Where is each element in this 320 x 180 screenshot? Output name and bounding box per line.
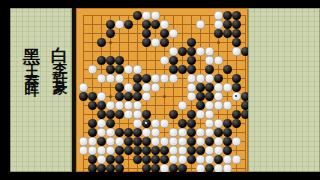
black-stone [151,155,160,164]
white-stone [223,101,232,110]
white-stone [124,65,133,74]
black-stone [232,74,241,83]
white-stone [196,155,205,164]
black-stone [97,137,106,146]
white-player-name: 李轩豪 [52,50,67,77]
black-stone [151,164,160,173]
black-stone [106,29,115,38]
black-stone [133,92,142,101]
black-stone [115,146,124,155]
black-stone [97,110,106,119]
star-point [163,95,166,98]
black-stone [187,110,196,119]
white-stone [142,128,151,137]
black-stone [223,137,232,146]
white-stone [232,47,241,56]
black-stone [124,128,133,137]
white-stone [196,164,205,173]
black-stone [106,155,115,164]
black-stone [115,65,124,74]
white-stone [142,83,151,92]
white-stone [151,74,160,83]
white-stone [205,47,214,56]
black-stone [160,29,169,38]
black-stone [142,20,151,29]
white-stone [160,74,169,83]
black-stone [97,164,106,173]
white-stone [214,83,223,92]
white-stone [133,65,142,74]
white-stone [169,74,178,83]
black-stone [106,65,115,74]
white-stone [79,137,88,146]
white-stone [151,38,160,47]
black-stone [232,83,241,92]
white-stone [160,119,169,128]
white-stone [169,29,178,38]
black-stone [196,101,205,110]
white-stone [115,137,124,146]
black-stone [133,137,142,146]
black-stone [187,128,196,137]
black-stone [133,155,142,164]
black-stone [97,56,106,65]
white-stone [223,83,232,92]
black-stone [97,101,106,110]
white-stone [196,47,205,56]
black-stone [205,164,214,173]
star-point [217,41,220,44]
black-stone [142,164,151,173]
black-stone [88,164,97,173]
white-stone [88,65,97,74]
white-stone [205,146,214,155]
white-stone [97,128,106,137]
white-stone [97,119,106,128]
white-stone [232,137,241,146]
white-stone [160,20,169,29]
black-stone [187,56,196,65]
black-stone [196,92,205,101]
black-stone [115,164,124,173]
black-stone [160,155,169,164]
black-stone [133,74,142,83]
black-stone [187,65,196,74]
white-stone [196,74,205,83]
black-stone [142,137,151,146]
white-stone [205,155,214,164]
black-stone [115,83,124,92]
white-stone [196,137,205,146]
white-stone [151,83,160,92]
black-stone [187,38,196,47]
last-move-marker [145,122,147,124]
white-stone [196,128,205,137]
black-stone [142,119,151,128]
black-stone [196,146,205,155]
white-stone [88,137,97,146]
white-stone [160,56,169,65]
black-stone [205,83,214,92]
black-stone [106,20,115,29]
white-stone [205,101,214,110]
white-stone [88,146,97,155]
black-stone [169,164,178,173]
black-stone [187,146,196,155]
black-stone [88,92,97,101]
black-stone [187,119,196,128]
black-stone [142,38,151,47]
black-stone [151,146,160,155]
black-stone [133,146,142,155]
last-move-marker [235,95,237,97]
black-stone [88,101,97,110]
black-stone [124,20,133,29]
black-stone [151,20,160,29]
black-stone [214,155,223,164]
white-player-column: 白 李轩豪 [50,33,69,77]
white-stone [178,101,187,110]
white-stone [124,83,133,92]
black-stone [196,83,205,92]
white-stone [205,128,214,137]
white-stone [214,137,223,146]
black-stone [232,110,241,119]
white-stone [133,119,142,128]
black-stone [106,110,115,119]
white-stone [79,83,88,92]
white-stone [151,137,160,146]
black-stone [142,110,151,119]
white-stone [106,101,115,110]
black-stone [142,74,151,83]
black-stone [115,92,124,101]
star-point [109,95,112,98]
black-stone [160,38,169,47]
letterbox-bar-top [0,0,320,8]
black-stone [169,65,178,74]
white-stone [205,74,214,83]
black-stone [97,38,106,47]
white-stone [151,11,160,20]
black-stone [178,47,187,56]
white-stone [205,110,214,119]
white-stone [232,155,241,164]
letterbox-bar-bottom [0,172,320,180]
black-stone [106,119,115,128]
black-stone [106,164,115,173]
white-stone [214,92,223,101]
white-stone [178,155,187,164]
black-stone [142,155,151,164]
white-stone [115,20,124,29]
black-stone [79,92,88,101]
black-stone [223,20,232,29]
white-stone [106,146,115,155]
black-stone [232,38,241,47]
black-stone [232,11,241,20]
black-stone [214,29,223,38]
white-stone [169,47,178,56]
white-stone [160,164,169,173]
black-stone [169,56,178,65]
white-stone [214,119,223,128]
white-stone [97,155,106,164]
black-stone [133,83,142,92]
white-stone [214,101,223,110]
white-stone [169,146,178,155]
black-stone [241,101,249,110]
black-stone [214,128,223,137]
black-player-name: 王春晖 [24,52,39,79]
white-stone [187,74,196,83]
right-panel: 徐老师围棋教室 [248,8,320,172]
white-stone [97,74,106,83]
white-stone [169,155,178,164]
black-stone [142,29,151,38]
black-stone [232,119,241,128]
white-stone [106,74,115,83]
white-stone [169,137,178,146]
white-stone [79,146,88,155]
white-stone [178,146,187,155]
black-stone [106,56,115,65]
black-stone [241,92,249,101]
black-stone [124,92,133,101]
white-stone [133,110,142,119]
white-stone [223,155,232,164]
white-stone [97,92,106,101]
black-stone [223,128,232,137]
black-player-column: 黑 王春晖 [22,35,41,79]
white-stone [151,119,160,128]
white-stone [106,137,115,146]
white-stone [124,110,133,119]
white-stone [142,11,151,20]
white-stone [160,137,169,146]
black-stone [115,56,124,65]
black-stone [223,146,232,155]
black-stone [214,74,223,83]
white-stone [97,146,106,155]
black-stone [115,110,124,119]
black-stone [133,11,142,20]
black-stone [223,119,232,128]
white-stone [115,74,124,83]
black-stone [205,137,214,146]
black-stone [205,65,214,74]
white-stone [232,92,241,101]
white-stone [223,164,232,173]
white-stone [214,146,223,155]
black-stone [241,47,249,56]
black-stone [232,20,241,29]
black-stone [187,155,196,164]
black-stone [169,110,178,119]
black-stone [88,128,97,137]
black-stone [88,119,97,128]
black-stone [178,164,187,173]
star-point [109,41,112,44]
white-stone [187,83,196,92]
black-stone [88,155,97,164]
black-stone [115,128,124,137]
black-stone [160,146,169,155]
white-stone [187,92,196,101]
black-stone [232,29,241,38]
letterbox-bar-left [0,0,10,180]
white-stone [214,56,223,65]
white-stone [106,128,115,137]
black-stone [187,137,196,146]
white-stone [169,128,178,137]
black-stone [178,65,187,74]
white-stone [214,11,223,20]
white-stone [214,20,223,29]
go-board [76,8,248,172]
white-stone [115,101,124,110]
black-stone [223,65,232,74]
white-stone [205,119,214,128]
white-stone [124,101,133,110]
white-stone [178,137,187,146]
players-panel: 黑 王春晖 白 李轩豪 [10,8,72,172]
white-stone [178,128,187,137]
black-stone [205,92,214,101]
black-stone [133,128,142,137]
black-stone [124,146,133,155]
black-stone [115,155,124,164]
white-stone [196,110,205,119]
video-frame: 黑 王春晖 白 李轩豪 徐老师围棋教室 [0,0,320,180]
white-stone [142,92,151,101]
black-stone [223,11,232,20]
white-stone [133,101,142,110]
black-stone [187,47,196,56]
black-stone [142,146,151,155]
white-stone [205,56,214,65]
black-stone [223,29,232,38]
white-stone [214,164,223,173]
black-stone [241,110,249,119]
white-stone [196,20,205,29]
white-stone [151,128,160,137]
black-stone [124,137,133,146]
black-stone [178,119,187,128]
